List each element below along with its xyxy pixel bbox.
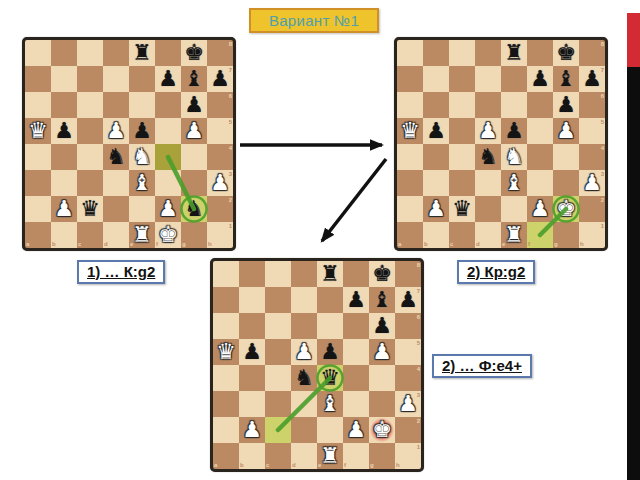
square-b5: ♟ xyxy=(51,118,77,144)
square-c6 xyxy=(265,313,291,339)
coord-rank-1: 1 xyxy=(601,223,604,229)
square-e1: e♜ xyxy=(501,222,527,248)
board-grid: ♜♚8♟♝7♟♟6♛♟♟♟♟5♞♛4♝3♟♟♟♚2abcde♜fgh1 xyxy=(213,261,421,469)
white-pawn: ♟ xyxy=(343,417,369,443)
square-b6 xyxy=(51,92,77,118)
square-b6 xyxy=(239,313,265,339)
square-e5: ♟ xyxy=(501,118,527,144)
coord-file-a: a xyxy=(26,241,29,247)
coord-rank-4: 4 xyxy=(417,366,420,372)
square-c1: c xyxy=(449,222,475,248)
square-b5: ♟ xyxy=(423,118,449,144)
square-b4 xyxy=(423,144,449,170)
square-d4: ♞ xyxy=(103,144,129,170)
square-d7 xyxy=(475,66,501,92)
square-a8 xyxy=(397,40,423,66)
black-bishop: ♝ xyxy=(369,287,395,313)
square-e8: ♜ xyxy=(129,40,155,66)
title-box: Вариант №1 xyxy=(249,8,379,33)
white-king: ♚ xyxy=(155,222,181,248)
square-d3 xyxy=(291,391,317,417)
board-after-queen-takes-e4-check: ♜♚8♟♝7♟♟6♛♟♟♟♟5♞♛4♝3♟♟♟♚2abcde♜fgh1 xyxy=(210,258,424,472)
square-c4 xyxy=(265,365,291,391)
coord-file-d: d xyxy=(476,241,480,247)
coord-file-g: g xyxy=(554,241,558,247)
square-e6 xyxy=(317,313,343,339)
black-pawn: ♟ xyxy=(181,92,207,118)
square-e4: ♛ xyxy=(317,365,343,391)
coord-rank-1: 1 xyxy=(417,444,420,450)
square-a1: a xyxy=(397,222,423,248)
square-h1: h1 xyxy=(207,222,233,248)
coord-file-f: f xyxy=(528,241,530,247)
coord-rank-6: 6 xyxy=(601,93,604,99)
square-f8 xyxy=(527,40,553,66)
square-g5: ♟ xyxy=(553,118,579,144)
square-h8: 8 xyxy=(207,40,233,66)
coord-file-a: a xyxy=(214,462,217,468)
square-h6: 6 xyxy=(207,92,233,118)
caption-move-2-white: 2) Кр:g2 xyxy=(457,260,535,284)
white-king: ♚ xyxy=(369,417,395,443)
square-g5: ♟ xyxy=(181,118,207,144)
black-pawn: ♟ xyxy=(527,66,553,92)
white-pawn: ♟ xyxy=(527,196,553,222)
square-e8: ♜ xyxy=(317,261,343,287)
square-d1: d xyxy=(103,222,129,248)
square-c1: c xyxy=(77,222,103,248)
black-pawn: ♟ xyxy=(395,287,421,313)
white-bishop: ♝ xyxy=(129,170,155,196)
white-pawn: ♟ xyxy=(181,118,207,144)
square-g1: g xyxy=(181,222,207,248)
black-pawn: ♟ xyxy=(129,118,155,144)
square-e3: ♝ xyxy=(317,391,343,417)
coord-file-c: c xyxy=(78,241,81,247)
square-a7 xyxy=(25,66,51,92)
square-f3 xyxy=(527,170,553,196)
board-after-knight-takes-g2: ♜♚8♟♝7♟♟6♛♟♟♟♟5♞♞4♝3♟♟♛♟♞2abcde♜f♚gh1 xyxy=(22,37,236,251)
square-d1: d xyxy=(291,443,317,469)
square-e6 xyxy=(501,92,527,118)
white-pawn: ♟ xyxy=(579,170,605,196)
black-knight: ♞ xyxy=(291,365,317,391)
square-c2: ♛ xyxy=(449,196,475,222)
square-b7 xyxy=(239,287,265,313)
square-c6 xyxy=(77,92,103,118)
white-pawn: ♟ xyxy=(291,339,317,365)
square-c5 xyxy=(265,339,291,365)
black-king: ♚ xyxy=(369,261,395,287)
title-text: Вариант №1 xyxy=(269,12,359,29)
square-b2: ♟ xyxy=(423,196,449,222)
black-king: ♚ xyxy=(181,40,207,66)
square-b2: ♟ xyxy=(51,196,77,222)
square-e1: e♜ xyxy=(317,443,343,469)
square-f2: ♟ xyxy=(155,196,181,222)
square-d4: ♞ xyxy=(475,144,501,170)
white-pawn: ♟ xyxy=(475,118,501,144)
square-e5: ♟ xyxy=(129,118,155,144)
square-a2 xyxy=(25,196,51,222)
square-a6 xyxy=(213,313,239,339)
square-e2 xyxy=(129,196,155,222)
square-a5: ♛ xyxy=(25,118,51,144)
square-f2: ♟ xyxy=(343,417,369,443)
white-rook: ♜ xyxy=(129,222,155,248)
board-grid: ♜♚8♟♝7♟♟6♛♟♟♟♟5♞♞4♝3♟♟♛♟♚2abcde♜fgh1 xyxy=(397,40,605,248)
square-f4 xyxy=(343,365,369,391)
square-g6: ♟ xyxy=(369,313,395,339)
square-b3 xyxy=(51,170,77,196)
white-rook: ♜ xyxy=(317,443,343,469)
white-pawn: ♟ xyxy=(207,170,233,196)
black-queen: ♛ xyxy=(449,196,475,222)
square-c5 xyxy=(77,118,103,144)
square-a4 xyxy=(397,144,423,170)
square-b2: ♟ xyxy=(239,417,265,443)
square-e7 xyxy=(501,66,527,92)
black-king: ♚ xyxy=(553,40,579,66)
square-d1: d xyxy=(475,222,501,248)
square-h4: 4 xyxy=(207,144,233,170)
square-b8 xyxy=(423,40,449,66)
square-a3 xyxy=(213,391,239,417)
coord-rank-2: 2 xyxy=(417,418,420,424)
square-d6 xyxy=(475,92,501,118)
square-b7 xyxy=(423,66,449,92)
square-g6: ♟ xyxy=(181,92,207,118)
square-c7 xyxy=(449,66,475,92)
white-pawn: ♟ xyxy=(51,196,77,222)
square-d6 xyxy=(103,92,129,118)
arrow-board2-to-board3 xyxy=(322,159,386,241)
square-h5: 5 xyxy=(395,339,421,365)
square-c7 xyxy=(265,287,291,313)
square-b8 xyxy=(239,261,265,287)
black-pawn: ♟ xyxy=(51,118,77,144)
square-e1: e♜ xyxy=(129,222,155,248)
black-pawn: ♟ xyxy=(239,339,265,365)
square-c7 xyxy=(77,66,103,92)
coord-file-b: b xyxy=(52,241,56,247)
square-g7: ♝ xyxy=(553,66,579,92)
black-bishop: ♝ xyxy=(553,66,579,92)
square-e3: ♝ xyxy=(501,170,527,196)
square-e7 xyxy=(129,66,155,92)
coord-file-b: b xyxy=(424,241,428,247)
square-h1: h1 xyxy=(395,443,421,469)
black-pawn: ♟ xyxy=(343,287,369,313)
square-h3: 3♟ xyxy=(579,170,605,196)
square-e2 xyxy=(501,196,527,222)
black-pawn: ♟ xyxy=(423,118,449,144)
coord-file-h: h xyxy=(208,241,212,247)
square-b5: ♟ xyxy=(239,339,265,365)
black-knight: ♞ xyxy=(181,196,207,222)
square-d2 xyxy=(103,196,129,222)
square-d2 xyxy=(291,417,317,443)
square-d3 xyxy=(475,170,501,196)
square-c2: ♛ xyxy=(77,196,103,222)
square-d6 xyxy=(291,313,317,339)
square-a5: ♛ xyxy=(397,118,423,144)
coord-file-d: d xyxy=(292,462,296,468)
square-f5 xyxy=(527,118,553,144)
square-h4: 4 xyxy=(579,144,605,170)
square-g7: ♝ xyxy=(181,66,207,92)
square-d7 xyxy=(291,287,317,313)
square-d8 xyxy=(103,40,129,66)
black-pawn: ♟ xyxy=(553,92,579,118)
square-h6: 6 xyxy=(579,92,605,118)
coord-file-h: h xyxy=(396,462,400,468)
white-pawn: ♟ xyxy=(103,118,129,144)
square-c2 xyxy=(265,417,291,443)
black-queen: ♛ xyxy=(77,196,103,222)
square-g2: ♚ xyxy=(553,196,579,222)
coord-rank-2: 2 xyxy=(601,197,604,203)
square-e5: ♟ xyxy=(317,339,343,365)
black-knight: ♞ xyxy=(103,144,129,170)
square-b1: b xyxy=(423,222,449,248)
square-d7 xyxy=(103,66,129,92)
square-h3: 3♟ xyxy=(395,391,421,417)
white-pawn: ♟ xyxy=(423,196,449,222)
square-h2: 2 xyxy=(395,417,421,443)
square-c8 xyxy=(77,40,103,66)
coord-rank-1: 1 xyxy=(229,223,232,229)
white-king: ♚ xyxy=(553,196,579,222)
white-knight: ♞ xyxy=(129,144,155,170)
square-d3 xyxy=(103,170,129,196)
square-a2 xyxy=(397,196,423,222)
square-e2 xyxy=(317,417,343,443)
black-pawn: ♟ xyxy=(579,66,605,92)
white-pawn: ♟ xyxy=(239,417,265,443)
square-f1: f♚ xyxy=(155,222,181,248)
coord-rank-4: 4 xyxy=(601,145,604,151)
white-pawn: ♟ xyxy=(553,118,579,144)
black-rook: ♜ xyxy=(501,40,527,66)
square-e4: ♞ xyxy=(129,144,155,170)
square-f8 xyxy=(343,261,369,287)
coord-rank-8: 8 xyxy=(229,41,232,47)
square-d4: ♞ xyxy=(291,365,317,391)
square-f1: f xyxy=(343,443,369,469)
caption-move-1-black: 1) … К:g2 xyxy=(77,260,165,284)
square-h4: 4 xyxy=(395,365,421,391)
square-e7 xyxy=(317,287,343,313)
square-h8: 8 xyxy=(579,40,605,66)
square-a3 xyxy=(25,170,51,196)
black-knight: ♞ xyxy=(475,144,501,170)
square-d5: ♟ xyxy=(103,118,129,144)
square-d2 xyxy=(475,196,501,222)
square-c8 xyxy=(265,261,291,287)
coord-rank-6: 6 xyxy=(417,314,420,320)
caption-move-2-black: 2) … Ф:e4+ xyxy=(432,354,532,378)
square-a2 xyxy=(213,417,239,443)
square-h8: 8 xyxy=(395,261,421,287)
black-queen: ♛ xyxy=(317,365,343,391)
coord-rank-6: 6 xyxy=(229,93,232,99)
square-h5: 5 xyxy=(207,118,233,144)
square-f3 xyxy=(155,170,181,196)
square-d5: ♟ xyxy=(475,118,501,144)
slide: Вариант №1 ♜♚8♟♝7♟♟6♛♟♟♟♟5♞♞4♝3♟♟♛♟♞2abc… xyxy=(0,0,640,480)
square-f3 xyxy=(343,391,369,417)
black-pawn: ♟ xyxy=(369,313,395,339)
square-g1: g xyxy=(369,443,395,469)
coord-rank-4: 4 xyxy=(229,145,232,151)
white-pawn: ♟ xyxy=(395,391,421,417)
square-b3 xyxy=(239,391,265,417)
coord-rank-2: 2 xyxy=(229,197,232,203)
square-f8 xyxy=(155,40,181,66)
black-rook: ♜ xyxy=(129,40,155,66)
square-b4 xyxy=(239,365,265,391)
square-h5: 5 xyxy=(579,118,605,144)
coord-file-c: c xyxy=(450,241,453,247)
coord-file-f: f xyxy=(344,462,346,468)
black-bishop: ♝ xyxy=(181,66,207,92)
square-g8: ♚ xyxy=(553,40,579,66)
square-h3: 3♟ xyxy=(207,170,233,196)
square-g8: ♚ xyxy=(369,261,395,287)
square-c1: c xyxy=(265,443,291,469)
white-rook: ♜ xyxy=(501,222,527,248)
square-b1: b xyxy=(51,222,77,248)
square-c3 xyxy=(265,391,291,417)
square-f2: ♟ xyxy=(527,196,553,222)
coord-file-g: g xyxy=(182,241,186,247)
square-b4 xyxy=(51,144,77,170)
edge-stripe-black xyxy=(627,67,640,480)
coord-rank-5: 5 xyxy=(417,340,420,346)
square-b8 xyxy=(51,40,77,66)
square-g4 xyxy=(553,144,579,170)
square-g2: ♞ xyxy=(181,196,207,222)
square-a3 xyxy=(397,170,423,196)
white-queen: ♛ xyxy=(213,339,239,365)
square-g8: ♚ xyxy=(181,40,207,66)
square-h1: h1 xyxy=(579,222,605,248)
square-f6 xyxy=(343,313,369,339)
edge-stripe-red xyxy=(627,13,640,67)
square-f4 xyxy=(527,144,553,170)
square-d8 xyxy=(291,261,317,287)
coord-file-g: g xyxy=(370,462,374,468)
square-c3 xyxy=(449,170,475,196)
square-g3 xyxy=(553,170,579,196)
square-c5 xyxy=(449,118,475,144)
square-h7: 7♟ xyxy=(207,66,233,92)
white-queen: ♛ xyxy=(397,118,423,144)
square-f7: ♟ xyxy=(527,66,553,92)
square-a1: a xyxy=(25,222,51,248)
square-a6 xyxy=(397,92,423,118)
square-e8: ♜ xyxy=(501,40,527,66)
square-c4 xyxy=(449,144,475,170)
coord-rank-5: 5 xyxy=(229,119,232,125)
black-pawn: ♟ xyxy=(207,66,233,92)
square-f4 xyxy=(155,144,181,170)
white-pawn: ♟ xyxy=(369,339,395,365)
square-f7: ♟ xyxy=(343,287,369,313)
square-d5: ♟ xyxy=(291,339,317,365)
square-b1: b xyxy=(239,443,265,469)
square-a4 xyxy=(25,144,51,170)
square-h2: 2 xyxy=(579,196,605,222)
square-c3 xyxy=(77,170,103,196)
square-g6: ♟ xyxy=(553,92,579,118)
square-a1: a xyxy=(213,443,239,469)
square-b3 xyxy=(423,170,449,196)
square-c8 xyxy=(449,40,475,66)
coord-file-h: h xyxy=(580,241,584,247)
square-f7: ♟ xyxy=(155,66,181,92)
square-h6: 6 xyxy=(395,313,421,339)
square-a7 xyxy=(397,66,423,92)
square-g5: ♟ xyxy=(369,339,395,365)
black-pawn: ♟ xyxy=(317,339,343,365)
square-a6 xyxy=(25,92,51,118)
square-f6 xyxy=(527,92,553,118)
square-a5: ♛ xyxy=(213,339,239,365)
board-grid: ♜♚8♟♝7♟♟6♛♟♟♟♟5♞♞4♝3♟♟♛♟♞2abcde♜f♚gh1 xyxy=(25,40,233,248)
square-b7 xyxy=(51,66,77,92)
square-g4 xyxy=(181,144,207,170)
square-a8 xyxy=(213,261,239,287)
black-pawn: ♟ xyxy=(501,118,527,144)
black-rook: ♜ xyxy=(317,261,343,287)
coord-rank-8: 8 xyxy=(417,262,420,268)
white-pawn: ♟ xyxy=(155,196,181,222)
board-after-king-takes-g2: ♜♚8♟♝7♟♟6♛♟♟♟♟5♞♞4♝3♟♟♛♟♚2abcde♜fgh1 xyxy=(394,37,608,251)
square-f5 xyxy=(155,118,181,144)
square-c6 xyxy=(449,92,475,118)
square-a8 xyxy=(25,40,51,66)
square-g7: ♝ xyxy=(369,287,395,313)
square-g3 xyxy=(181,170,207,196)
square-g1: g xyxy=(553,222,579,248)
square-e4: ♞ xyxy=(501,144,527,170)
square-a7 xyxy=(213,287,239,313)
square-e6 xyxy=(129,92,155,118)
white-knight: ♞ xyxy=(501,144,527,170)
coord-rank-5: 5 xyxy=(601,119,604,125)
square-h7: 7♟ xyxy=(395,287,421,313)
square-f6 xyxy=(155,92,181,118)
square-h2: 2 xyxy=(207,196,233,222)
white-bishop: ♝ xyxy=(501,170,527,196)
square-f1: f xyxy=(527,222,553,248)
coord-file-b: b xyxy=(240,462,244,468)
square-c4 xyxy=(77,144,103,170)
square-h7: 7♟ xyxy=(579,66,605,92)
square-b6 xyxy=(423,92,449,118)
square-g3 xyxy=(369,391,395,417)
black-pawn: ♟ xyxy=(155,66,181,92)
square-f5 xyxy=(343,339,369,365)
square-g2: ♚ xyxy=(369,417,395,443)
coord-file-a: a xyxy=(398,241,401,247)
white-bishop: ♝ xyxy=(317,391,343,417)
coord-rank-8: 8 xyxy=(601,41,604,47)
coord-file-c: c xyxy=(266,462,269,468)
white-queen: ♛ xyxy=(25,118,51,144)
